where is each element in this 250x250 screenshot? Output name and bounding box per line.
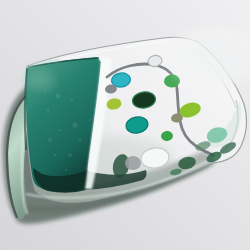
photo-fused-glass-plate — [0, 0, 250, 250]
teal-corner-sheen — [26, 70, 54, 90]
plate-photo-canvas — [0, 0, 250, 250]
gray-under — [125, 156, 141, 170]
